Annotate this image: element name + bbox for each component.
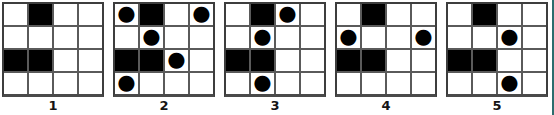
cell-empty	[412, 4, 435, 25]
cell-empty	[226, 73, 249, 94]
cell-empty	[523, 27, 546, 48]
cell-empty	[140, 73, 163, 94]
cell-empty	[523, 4, 546, 25]
cell-black	[448, 50, 471, 71]
cell-black	[473, 4, 496, 25]
cell-empty	[498, 50, 521, 71]
cell-black	[362, 4, 385, 25]
black-circle-icon: ●	[339, 27, 357, 47]
board-grid-4: ●●	[335, 2, 437, 97]
cell-empty	[29, 73, 52, 94]
cell-empty	[226, 4, 249, 25]
black-circle-icon: ●	[253, 27, 271, 47]
cell-empty	[387, 4, 410, 25]
cell-empty	[165, 27, 188, 48]
black-circle-icon: ●	[414, 27, 432, 47]
black-circle-icon: ●	[117, 4, 135, 24]
cell-empty	[79, 27, 102, 48]
cell-empty	[79, 73, 102, 94]
option-board-2[interactable]: ●●●●● 2	[113, 2, 215, 113]
cell-black	[140, 4, 163, 25]
option-board-4[interactable]: ●● 4	[335, 2, 437, 113]
cell-circle: ●	[337, 27, 360, 48]
cell-circle: ●	[276, 4, 299, 25]
cell-empty	[301, 27, 324, 48]
cell-empty	[301, 4, 324, 25]
cell-empty	[473, 73, 496, 94]
cell-black	[4, 50, 27, 71]
cell-empty	[4, 4, 27, 25]
puzzle-diagram: 1 ●●●●● 2 ●●● 3 ●● 4 ●● 5	[0, 0, 554, 115]
black-circle-icon: ●	[167, 50, 185, 70]
option-board-5[interactable]: ●● 5	[446, 2, 548, 113]
cell-circle: ●	[190, 4, 213, 25]
cell-circle: ●	[251, 73, 274, 94]
cell-empty	[301, 73, 324, 94]
cell-black	[115, 50, 138, 71]
cell-empty	[79, 50, 102, 71]
cell-empty	[473, 27, 496, 48]
cell-empty	[4, 27, 27, 48]
cell-black	[140, 50, 163, 71]
cell-empty	[115, 27, 138, 48]
cell-empty	[412, 73, 435, 94]
cell-black	[473, 50, 496, 71]
board-label-1: 1	[48, 98, 57, 113]
black-circle-icon: ●	[117, 73, 135, 93]
cell-empty	[276, 27, 299, 48]
black-circle-icon: ●	[142, 27, 160, 47]
cell-empty	[226, 27, 249, 48]
option-board-1[interactable]: 1	[2, 2, 104, 113]
cell-black	[29, 4, 52, 25]
cell-empty	[337, 73, 360, 94]
cell-empty	[448, 27, 471, 48]
cell-empty	[362, 73, 385, 94]
cell-black	[226, 50, 249, 71]
cell-empty	[276, 73, 299, 94]
cell-empty	[301, 50, 324, 71]
black-circle-icon: ●	[500, 27, 518, 47]
cell-empty	[362, 27, 385, 48]
cell-black	[337, 50, 360, 71]
cell-empty	[523, 50, 546, 71]
board-label-3: 3	[270, 98, 279, 113]
cell-empty	[165, 73, 188, 94]
board-label-5: 5	[492, 98, 501, 113]
option-board-3[interactable]: ●●● 3	[224, 2, 326, 113]
cell-empty	[387, 50, 410, 71]
cell-circle: ●	[140, 27, 163, 48]
board-grid-1	[2, 2, 104, 97]
cell-empty	[498, 4, 521, 25]
cell-empty	[190, 73, 213, 94]
cell-empty	[190, 50, 213, 71]
black-circle-icon: ●	[500, 73, 518, 93]
cell-black	[251, 50, 274, 71]
board-grid-2: ●●●●●	[113, 2, 215, 97]
cell-empty	[29, 27, 52, 48]
cell-empty	[276, 50, 299, 71]
board-label-4: 4	[381, 98, 390, 113]
cell-empty	[54, 4, 77, 25]
cell-circle: ●	[498, 73, 521, 94]
cell-empty	[448, 4, 471, 25]
cell-empty	[412, 50, 435, 71]
cell-empty	[190, 27, 213, 48]
cell-black	[29, 50, 52, 71]
cell-circle: ●	[412, 27, 435, 48]
cell-circle: ●	[115, 73, 138, 94]
black-circle-icon: ●	[278, 4, 296, 24]
cell-circle: ●	[165, 50, 188, 71]
cell-black	[362, 50, 385, 71]
cell-empty	[337, 4, 360, 25]
cell-empty	[387, 27, 410, 48]
cell-empty	[448, 73, 471, 94]
cell-circle: ●	[251, 27, 274, 48]
boards-row: 1 ●●●●● 2 ●●● 3 ●● 4 ●● 5	[0, 0, 554, 113]
cell-black	[251, 4, 274, 25]
cell-empty	[165, 4, 188, 25]
black-circle-icon: ●	[192, 4, 210, 24]
cell-circle: ●	[498, 27, 521, 48]
cell-empty	[79, 4, 102, 25]
cell-empty	[54, 27, 77, 48]
cell-empty	[54, 73, 77, 94]
cell-empty	[4, 73, 27, 94]
cell-empty	[523, 73, 546, 94]
board-label-2: 2	[159, 98, 168, 113]
black-circle-icon: ●	[253, 73, 271, 93]
cell-circle: ●	[115, 4, 138, 25]
cell-empty	[54, 50, 77, 71]
cell-empty	[387, 73, 410, 94]
board-grid-5: ●●	[446, 2, 548, 97]
board-grid-3: ●●●	[224, 2, 326, 97]
